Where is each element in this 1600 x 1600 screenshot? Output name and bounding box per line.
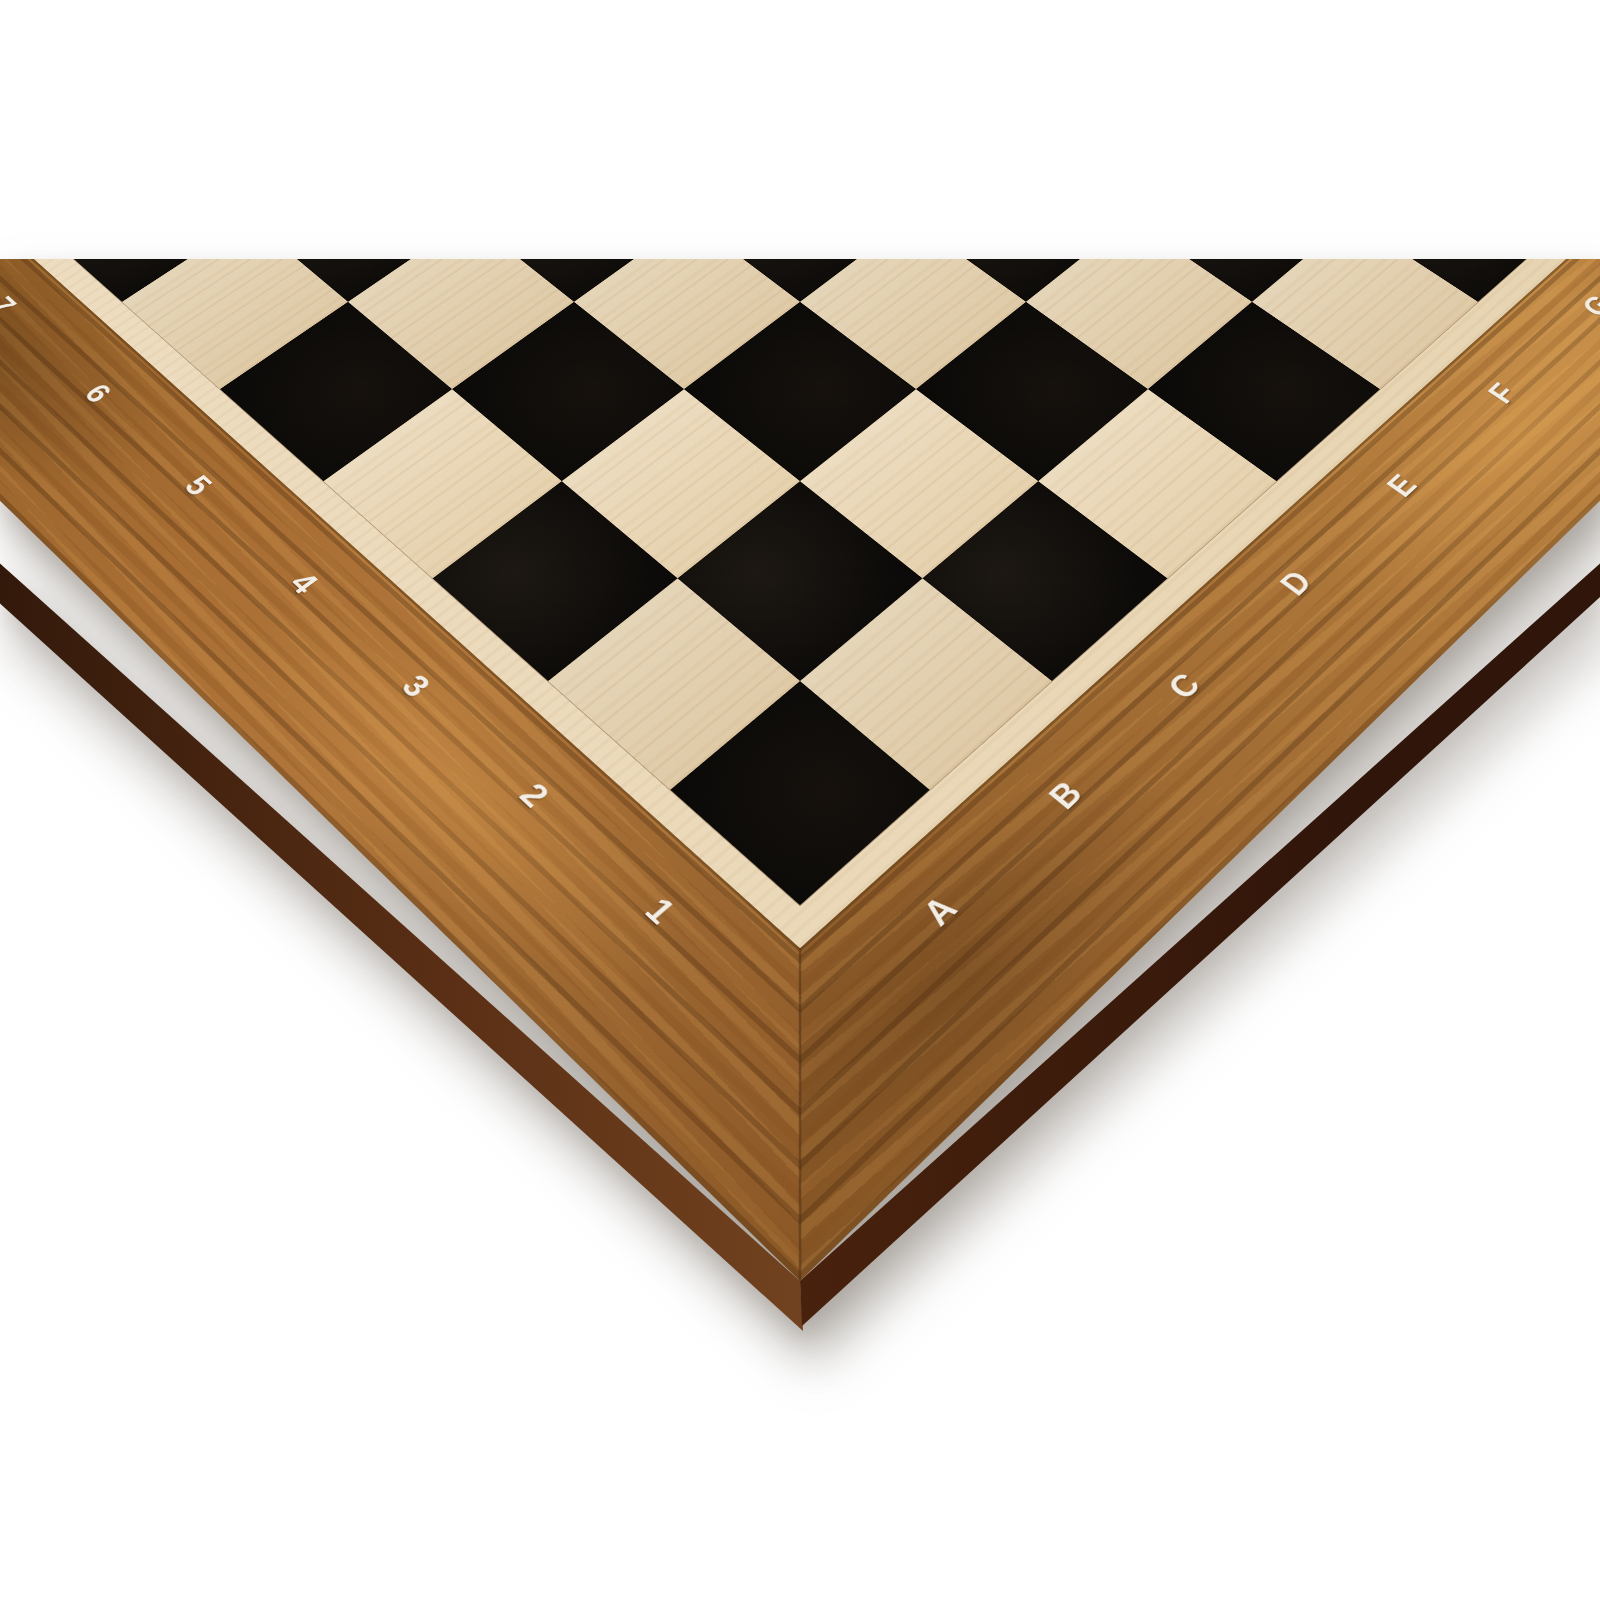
border-strip-top xyxy=(0,0,910,240)
square-e6 xyxy=(595,0,800,65)
square-a8 xyxy=(0,65,155,219)
square-c6 xyxy=(370,65,585,219)
board-shadow-wrap: ABCDEFG1234567 xyxy=(0,0,1600,1600)
square-f4 xyxy=(905,0,1115,140)
border-strip-right xyxy=(690,0,1600,240)
rank-label-4: 4 xyxy=(263,550,346,617)
square-h3 xyxy=(1210,0,1415,65)
rank-label-1: 1 xyxy=(615,871,705,951)
chess-board: ABCDEFG1234567 xyxy=(0,0,1600,1281)
perspective-stage: ABCDEFG1234567 xyxy=(0,0,1600,1600)
file-label-b: B xyxy=(1022,758,1109,834)
photo-canvas: ABCDEFG1234567 xyxy=(0,0,1600,1600)
rank-label-7: 7 xyxy=(0,277,41,334)
rank-label-2: 2 xyxy=(490,758,577,834)
square-e4 xyxy=(800,65,1015,219)
board-crop: ABCDEFG1234567 xyxy=(0,0,1600,1600)
square-e5 xyxy=(695,0,905,140)
file-label-g: G xyxy=(1559,277,1600,334)
square-h2 xyxy=(1325,0,1535,140)
square-g2 xyxy=(1230,65,1445,219)
file-label-c: C xyxy=(1142,651,1227,722)
square-d7 xyxy=(390,0,595,65)
square-g3 xyxy=(1115,0,1325,140)
square-g4 xyxy=(1005,0,1210,65)
file-label-e: E xyxy=(1362,454,1442,518)
rank-label-6: 6 xyxy=(59,363,137,424)
square-c7 xyxy=(275,0,485,140)
file-label-a: A xyxy=(895,871,985,951)
square-d6 xyxy=(485,0,695,140)
square-h1 xyxy=(1445,65,1600,219)
square-d5 xyxy=(585,65,800,219)
rank-label-3: 3 xyxy=(373,651,458,722)
coordinate-labels: ABCDEFG1234567 xyxy=(0,0,1600,1281)
file-label-d: D xyxy=(1255,550,1338,617)
square-c8 xyxy=(185,0,390,65)
rank-label-5: 5 xyxy=(158,454,238,518)
square-f3 xyxy=(1015,65,1230,219)
square-f5 xyxy=(800,0,1005,65)
file-label-f: F xyxy=(1463,363,1541,424)
square-b7 xyxy=(155,65,370,219)
square-b8 xyxy=(66,0,276,140)
